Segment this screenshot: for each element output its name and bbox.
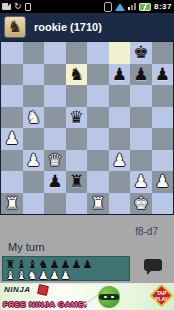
square-e6[interactable]	[87, 85, 109, 107]
captured-white-piece: ♟	[60, 270, 71, 281]
square-b5[interactable]: ♞	[23, 107, 45, 129]
square-g4[interactable]	[130, 128, 152, 150]
square-b6[interactable]	[23, 85, 45, 107]
square-h6[interactable]	[152, 85, 174, 107]
captured-white-piece: ♞	[27, 270, 38, 281]
square-a1[interactable]: ♜	[1, 193, 23, 215]
square-c8[interactable]	[44, 42, 66, 64]
dice-icon	[37, 284, 49, 296]
square-d1[interactable]	[66, 193, 88, 215]
square-a4[interactable]: ♟	[1, 128, 23, 150]
piece-black-k[interactable]: ♚	[133, 42, 148, 63]
vibrate-icon	[104, 2, 112, 12]
status-bar: ↻ 8:37	[0, 0, 174, 13]
square-h7[interactable]: ♟	[152, 64, 174, 86]
square-c6[interactable]	[44, 85, 66, 107]
square-g6[interactable]	[130, 85, 152, 107]
square-a3[interactable]	[1, 150, 23, 172]
square-c4[interactable]	[44, 128, 66, 150]
ad-cta-label: TAPPLAY	[152, 290, 171, 302]
wifi-icon	[115, 3, 125, 11]
ad-banner[interactable]: NINJA FREE NINJA GAME! TAPPLAY	[0, 284, 174, 310]
piece-white-p[interactable]: ♟	[112, 150, 127, 171]
square-h4[interactable]	[152, 128, 174, 150]
sync-icon: ↻	[14, 2, 22, 11]
square-f2[interactable]	[109, 171, 131, 193]
square-f5[interactable]	[109, 107, 131, 129]
square-f3[interactable]: ♟	[109, 150, 131, 172]
square-b7[interactable]	[23, 64, 45, 86]
square-b4[interactable]	[23, 128, 45, 150]
status-clock: 8:37	[154, 2, 172, 11]
last-move-text: f8-d7	[135, 226, 158, 237]
square-f1[interactable]	[109, 193, 131, 215]
square-c5[interactable]	[44, 107, 66, 129]
square-f4[interactable]	[109, 128, 131, 150]
square-d8[interactable]	[66, 42, 88, 64]
square-c1[interactable]	[44, 193, 66, 215]
captured-white-piece: ♝	[5, 270, 16, 281]
square-h1[interactable]	[152, 193, 174, 215]
app-screen: ↻ 8:37 ♞ rookie (1710) ♚♞♟♟♟♞♛♟♟♛♟♟♜♟♟♜♜…	[0, 0, 174, 310]
status-left-icons: ↻	[2, 2, 31, 11]
signal-icon	[128, 3, 136, 10]
knight-avatar-icon: ♞	[8, 19, 22, 35]
piece-white-p[interactable]: ♟	[133, 171, 148, 192]
square-d3[interactable]	[66, 150, 88, 172]
piece-black-r[interactable]: ♜	[69, 171, 84, 192]
square-h2[interactable]: ♟	[152, 171, 174, 193]
board-area: ♚♞♟♟♟♞♛♟♟♛♟♟♜♟♟♜♜♚	[0, 41, 174, 215]
usb-icon	[25, 3, 31, 11]
square-b8[interactable]	[23, 42, 45, 64]
chat-bubble-icon[interactable]	[144, 259, 162, 271]
square-e8[interactable]	[87, 42, 109, 64]
status-panel: f8-d7 My turn ♜♝♝♞♟♟♟♟ ♝♝♞♟♟♟	[0, 215, 174, 283]
square-b1[interactable]	[23, 193, 45, 215]
square-h5[interactable]	[152, 107, 174, 129]
square-d2[interactable]: ♜	[66, 171, 88, 193]
piece-black-n[interactable]: ♞	[69, 64, 84, 85]
square-f7[interactable]: ♟	[109, 64, 131, 86]
piece-black-p[interactable]: ♟	[47, 171, 62, 192]
piece-white-p[interactable]: ♟	[26, 150, 41, 171]
square-e3[interactable]	[87, 150, 109, 172]
square-f6[interactable]	[109, 85, 131, 107]
square-a5[interactable]	[1, 107, 23, 129]
status-right-icons: 8:37	[104, 2, 172, 12]
square-b3[interactable]: ♟	[23, 150, 45, 172]
piece-white-r[interactable]: ♜	[90, 193, 105, 214]
square-g5[interactable]	[130, 107, 152, 129]
square-h8[interactable]	[152, 42, 174, 64]
piece-white-n[interactable]: ♞	[26, 107, 41, 128]
game-header: ♞ rookie (1710)	[0, 13, 174, 41]
piece-white-p[interactable]: ♟	[4, 128, 19, 149]
square-a6[interactable]	[1, 85, 23, 107]
square-g7[interactable]: ♟	[130, 64, 152, 86]
square-e1[interactable]: ♜	[87, 193, 109, 215]
piece-black-q[interactable]: ♛	[69, 107, 84, 128]
square-e5[interactable]	[87, 107, 109, 129]
ad-headline: FREE NINJA GAME!	[3, 300, 87, 309]
captured-black-row: ♜♝♝♞♟♟♟♟	[5, 257, 127, 268]
square-b2[interactable]	[23, 171, 45, 193]
square-a7[interactable]	[1, 64, 23, 86]
captured-white-piece: ♟	[38, 270, 49, 281]
captured-white-row: ♝♝♞♟♟♟	[5, 268, 127, 279]
piece-black-p[interactable]: ♟	[133, 64, 148, 85]
piece-white-r[interactable]: ♜	[4, 193, 19, 214]
square-d5[interactable]: ♛	[66, 107, 88, 129]
piece-white-p[interactable]: ♟	[155, 171, 170, 192]
piece-white-q[interactable]: ♛	[47, 150, 62, 171]
piece-black-p[interactable]: ♟	[155, 64, 170, 85]
turn-indicator: My turn	[8, 241, 45, 253]
message-icon	[2, 3, 11, 10]
square-c7[interactable]	[44, 64, 66, 86]
square-e7[interactable]	[87, 64, 109, 86]
captured-white-piece: ♟	[49, 270, 60, 281]
opponent-avatar[interactable]: ♞	[4, 16, 26, 38]
square-g3[interactable]	[130, 150, 152, 172]
square-g1[interactable]: ♚	[130, 193, 152, 215]
square-d6[interactable]	[66, 85, 88, 107]
piece-white-k[interactable]: ♚	[133, 193, 148, 214]
opponent-name: rookie (1710)	[34, 21, 102, 33]
square-f8[interactable]	[109, 42, 131, 64]
square-c2[interactable]: ♟	[44, 171, 66, 193]
square-h3[interactable]	[152, 150, 174, 172]
chess-board[interactable]: ♚♞♟♟♟♞♛♟♟♛♟♟♜♟♟♜♜♚	[1, 42, 173, 214]
square-c3[interactable]: ♛	[44, 150, 66, 172]
captured-pieces-tray: ♜♝♝♞♟♟♟♟ ♝♝♞♟♟♟	[2, 256, 130, 281]
square-g8[interactable]: ♚	[130, 42, 152, 64]
battery-icon	[139, 3, 151, 11]
captured-black-piece: ♟	[82, 259, 93, 270]
square-d4[interactable]	[66, 128, 88, 150]
square-d7[interactable]: ♞	[66, 64, 88, 86]
piece-black-p[interactable]: ♟	[112, 64, 127, 85]
captured-black-piece: ♟	[71, 259, 82, 270]
square-g2[interactable]: ♟	[130, 171, 152, 193]
captured-white-piece: ♝	[16, 270, 27, 281]
ad-logo-text: NINJA	[4, 285, 31, 294]
square-a8[interactable]	[1, 42, 23, 64]
ninja-character-icon	[98, 286, 120, 308]
square-e4[interactable]	[87, 128, 109, 150]
square-e2[interactable]	[87, 171, 109, 193]
square-a2[interactable]	[1, 171, 23, 193]
